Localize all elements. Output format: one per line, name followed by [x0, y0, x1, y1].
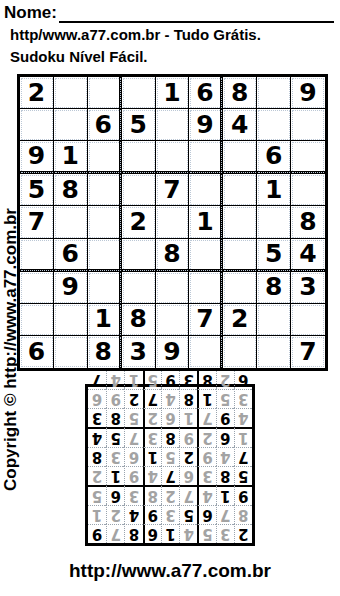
puzzle-cell-r2c6: 9	[189, 109, 223, 141]
puzzle-cell-r2c7: 4	[223, 109, 257, 141]
solution-cell-r8c7: 2	[124, 389, 142, 408]
puzzle-cell-r6c1[interactable]	[20, 239, 54, 272]
solution-cell-r6c1: 1	[234, 427, 252, 447]
puzzle-cell-r5c2[interactable]	[54, 206, 88, 238]
solution-cell-r2c8: 2	[106, 505, 124, 524]
solution-cell-r1c8: 7	[106, 524, 124, 543]
solution-cell-r1c3: 5	[197, 524, 215, 543]
puzzle-cell-r4c2: 8	[54, 174, 88, 206]
puzzle-cell-r7c5[interactable]	[156, 272, 190, 304]
solution-grid: 2354168798765394219147283655836749127492…	[85, 384, 255, 546]
puzzle-cell-r3c2: 1	[54, 141, 88, 174]
puzzle-title: Sudoku Nível Fácil.	[10, 48, 148, 65]
solution-cell-r5c9: 8	[88, 447, 106, 466]
solution-cell-r7c6: 2	[143, 408, 161, 427]
puzzle-cell-r5c5[interactable]	[156, 206, 190, 238]
puzzle-cell-r9c9: 7	[291, 336, 325, 368]
puzzle-cell-r2c2[interactable]	[54, 109, 88, 141]
solution-cell-r2c3: 6	[197, 505, 215, 524]
puzzle-cell-r4c8: 1	[257, 174, 291, 206]
solution-cell-r4c1: 5	[234, 466, 252, 485]
puzzle-cell-r8c9[interactable]	[291, 304, 325, 336]
solution-cell-r8c2: 5	[216, 389, 234, 408]
puzzle-cell-r4c3[interactable]	[88, 174, 122, 206]
puzzle-cell-r5c6: 1	[189, 206, 223, 238]
puzzle-cell-r9c7[interactable]	[223, 336, 257, 368]
solution-cell-r3c8: 6	[106, 485, 124, 505]
solution-cell-r6c8: 5	[106, 427, 124, 447]
solution-cell-r4c4: 6	[179, 466, 197, 485]
solution-cell-r8c3: 1	[197, 389, 215, 408]
puzzle-cell-r4c9[interactable]	[291, 174, 325, 206]
puzzle-cell-r9c5: 9	[156, 336, 190, 368]
solution-cell-r1c5: 1	[161, 524, 179, 543]
solution-cell-r4c8: 1	[106, 466, 124, 485]
puzzle-cell-r3c5[interactable]	[156, 141, 190, 174]
solution-cell-r3c7: 3	[124, 485, 142, 505]
puzzle-cell-r1c7: 8	[223, 77, 257, 109]
puzzle-cell-r4c6[interactable]	[189, 174, 223, 206]
solution-cell-r5c1: 7	[234, 447, 252, 466]
puzzle-cell-r8c5[interactable]	[156, 304, 190, 336]
puzzle-cell-r7c3[interactable]	[88, 272, 122, 304]
puzzle-cell-r4c7[interactable]	[223, 174, 257, 206]
solution-cell-r4c2: 8	[216, 466, 234, 485]
puzzle-cell-r3c9[interactable]	[291, 141, 325, 174]
puzzle-cell-r9c2[interactable]	[54, 336, 88, 368]
puzzle-cell-r7c8: 8	[257, 272, 291, 304]
puzzle-cell-r6c5: 8	[156, 239, 190, 272]
puzzle-cell-r4c1: 5	[20, 174, 54, 206]
solution-cell-r3c2: 1	[216, 485, 234, 505]
puzzle-cell-r2c8[interactable]	[257, 109, 291, 141]
solution-cell-r5c5: 5	[161, 447, 179, 466]
solution-cell-r2c6: 9	[143, 505, 161, 524]
name-blank-line	[59, 5, 334, 23]
solution-cell-r8c8: 9	[106, 389, 124, 408]
solution-cell-r3c6: 8	[143, 485, 161, 505]
solution-cell-r7c8: 8	[106, 408, 124, 427]
puzzle-cell-r1c1: 2	[20, 77, 54, 109]
solution-cell-r1c1: 2	[234, 524, 252, 543]
solution-cell-r2c9: 1	[88, 505, 106, 524]
solution-cell-r3c1: 9	[234, 485, 252, 505]
solution-cell-r5c3: 9	[197, 447, 215, 466]
solution-cell-r6c6: 3	[143, 427, 161, 447]
solution-cell-r9c3: 8	[197, 371, 215, 389]
puzzle-cell-r6c3[interactable]	[88, 239, 122, 272]
solution-cell-r1c9: 9	[88, 524, 106, 543]
footer-url: http://www.a77.com.br	[0, 560, 340, 582]
solution-cell-r6c2: 6	[216, 427, 234, 447]
puzzle-cell-r1c5: 1	[156, 77, 190, 109]
puzzle-cell-r8c8[interactable]	[257, 304, 291, 336]
puzzle-cell-r8c7: 2	[223, 304, 257, 336]
puzzle-cell-r5c3[interactable]	[88, 206, 122, 238]
solution-cell-r7c3: 7	[197, 408, 215, 427]
solution-cell-r5c2: 4	[216, 447, 234, 466]
solution-cell-r9c4: 3	[179, 371, 197, 389]
solution-cell-r2c5: 3	[161, 505, 179, 524]
puzzle-cell-r4c5: 7	[156, 174, 190, 206]
solution-cell-r7c5: 6	[161, 408, 179, 427]
puzzle-cell-r7c4[interactable]	[122, 272, 156, 304]
puzzle-cell-r1c2[interactable]	[54, 77, 88, 109]
puzzle-cell-r2c1[interactable]	[20, 109, 54, 141]
solution-cell-r6c5: 8	[161, 427, 179, 447]
solution-cell-r3c9: 5	[88, 485, 106, 505]
puzzle-cell-r1c4[interactable]	[122, 77, 156, 109]
solution-cell-r4c6: 4	[143, 466, 161, 485]
puzzle-cell-r7c2: 9	[54, 272, 88, 304]
solution-cell-r1c7: 8	[124, 524, 142, 543]
solution-cell-r9c2: 2	[216, 371, 234, 389]
solution-cell-r4c9: 2	[88, 466, 106, 485]
puzzle-cell-r7c1[interactable]	[20, 272, 54, 304]
solution-cell-r8c1: 3	[234, 389, 252, 408]
puzzle-cell-r6c6[interactable]	[189, 239, 223, 272]
copyright-vertical-text: Copyright © http://www.a77.com.br	[1, 208, 21, 491]
solution-cell-r9c6: 5	[143, 371, 161, 389]
puzzle-cell-r6c8: 5	[257, 239, 291, 272]
puzzle-grid: 216896594916587172186854983187268397	[17, 74, 328, 371]
puzzle-cell-r1c9: 9	[291, 77, 325, 109]
puzzle-cell-r3c3[interactable]	[88, 141, 122, 174]
puzzle-cell-r9c8[interactable]	[257, 336, 291, 368]
solution-cell-r3c5: 2	[161, 485, 179, 505]
solution-cell-r1c4: 4	[179, 524, 197, 543]
puzzle-cell-r7c6[interactable]	[189, 272, 223, 304]
solution-cell-r9c1: 6	[234, 371, 252, 389]
solution-cell-r3c3: 4	[197, 485, 215, 505]
puzzle-cell-r6c2: 6	[54, 239, 88, 272]
puzzle-cell-r9c6[interactable]	[189, 336, 223, 368]
puzzle-cell-r6c4[interactable]	[122, 239, 156, 272]
puzzle-cell-r6c7[interactable]	[223, 239, 257, 272]
puzzle-cell-r1c3[interactable]	[88, 77, 122, 109]
solution-cell-r4c5: 7	[161, 466, 179, 485]
puzzle-cell-r9c3: 8	[88, 336, 122, 368]
puzzle-cell-r7c9: 3	[291, 272, 325, 304]
solution-cell-r9c7: 1	[124, 371, 142, 389]
solution-cell-r3c4: 7	[179, 485, 197, 505]
puzzle-cell-r4c4[interactable]	[122, 174, 156, 206]
solution-cell-r8c9: 6	[88, 389, 106, 408]
solution-cell-r7c1: 4	[234, 408, 252, 427]
puzzle-cell-r5c8[interactable]	[257, 206, 291, 238]
site-header-text: http/www.a77.com.br - Tudo Grátis.	[10, 26, 261, 43]
puzzle-cell-r8c4: 8	[122, 304, 156, 336]
puzzle-cell-r5c4: 2	[122, 206, 156, 238]
puzzle-cell-r8c1[interactable]	[20, 304, 54, 336]
puzzle-cell-r3c8: 6	[257, 141, 291, 174]
solution-cell-r4c3: 3	[197, 466, 215, 485]
solution-cell-r2c4: 5	[179, 505, 197, 524]
name-label: Nome:	[4, 3, 57, 23]
puzzle-cell-r3c1: 9	[20, 141, 54, 174]
puzzle-cell-r7c7[interactable]	[223, 272, 257, 304]
solution-cell-r1c2: 3	[216, 524, 234, 543]
puzzle-cell-r1c6: 6	[189, 77, 223, 109]
puzzle-cell-r1c8[interactable]	[257, 77, 291, 109]
solution-cell-r9c9: 7	[88, 371, 106, 389]
puzzle-cell-r5c9: 8	[291, 206, 325, 238]
puzzle-cell-r8c3: 1	[88, 304, 122, 336]
solution-cell-r2c1: 8	[234, 505, 252, 524]
solution-cell-r9c5: 9	[161, 371, 179, 389]
puzzle-cell-r6c9: 4	[291, 239, 325, 272]
puzzle-cell-r3c7[interactable]	[223, 141, 257, 174]
puzzle-cell-r2c3: 6	[88, 109, 122, 141]
puzzle-cell-r3c4[interactable]	[122, 141, 156, 174]
puzzle-cell-r9c1: 6	[20, 336, 54, 368]
solution-cell-r5c7: 6	[124, 447, 142, 466]
puzzle-cell-r2c9[interactable]	[291, 109, 325, 141]
puzzle-cell-r5c1: 7	[20, 206, 54, 238]
solution-cell-r8c4: 8	[179, 389, 197, 408]
solution-cell-r5c6: 1	[143, 447, 161, 466]
solution-cell-r6c3: 2	[197, 427, 215, 447]
solution-cell-r5c8: 3	[106, 447, 124, 466]
solution-cell-r9c8: 4	[106, 371, 124, 389]
name-field-row: Nome:	[4, 3, 334, 23]
solution-cell-r7c9: 3	[88, 408, 106, 427]
solution-cell-r4c7: 9	[124, 466, 142, 485]
solution-cell-r2c2: 7	[216, 505, 234, 524]
solution-cell-r7c7: 5	[124, 408, 142, 427]
puzzle-cell-r3c6[interactable]	[189, 141, 223, 174]
solution-cell-r6c4: 9	[179, 427, 197, 447]
solution-cell-r8c5: 4	[161, 389, 179, 408]
puzzle-cell-r2c4: 5	[122, 109, 156, 141]
puzzle-cell-r9c4: 3	[122, 336, 156, 368]
solution-cell-r6c7: 7	[124, 427, 142, 447]
solution-cell-r6c9: 4	[88, 427, 106, 447]
puzzle-cell-r5c7[interactable]	[223, 206, 257, 238]
solution-cell-r7c4: 1	[179, 408, 197, 427]
solution-cell-r2c7: 4	[124, 505, 142, 524]
solution-cell-r1c6: 6	[143, 524, 161, 543]
puzzle-cell-r2c5[interactable]	[156, 109, 190, 141]
solution-cell-r8c6: 7	[143, 389, 161, 408]
puzzle-cell-r8c6: 7	[189, 304, 223, 336]
solution-cell-r5c4: 2	[179, 447, 197, 466]
solution-cell-r7c2: 9	[216, 408, 234, 427]
puzzle-cell-r8c2[interactable]	[54, 304, 88, 336]
